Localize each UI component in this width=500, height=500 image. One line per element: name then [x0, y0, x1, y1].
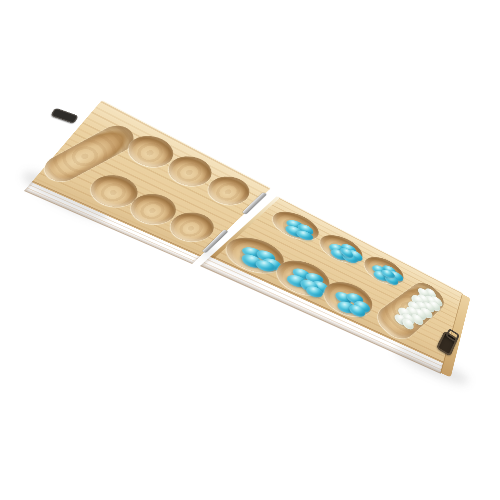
- left-latch-clasp[interactable]: [50, 108, 78, 124]
- pit-right-far-1[interactable]: [265, 206, 324, 246]
- pit-right-far-2[interactable]: [314, 230, 367, 269]
- pit-right-far-3[interactable]: [359, 251, 407, 289]
- board-right-half: [200, 196, 463, 374]
- product-photo-scene: [0, 0, 500, 500]
- store-left: [38, 120, 140, 186]
